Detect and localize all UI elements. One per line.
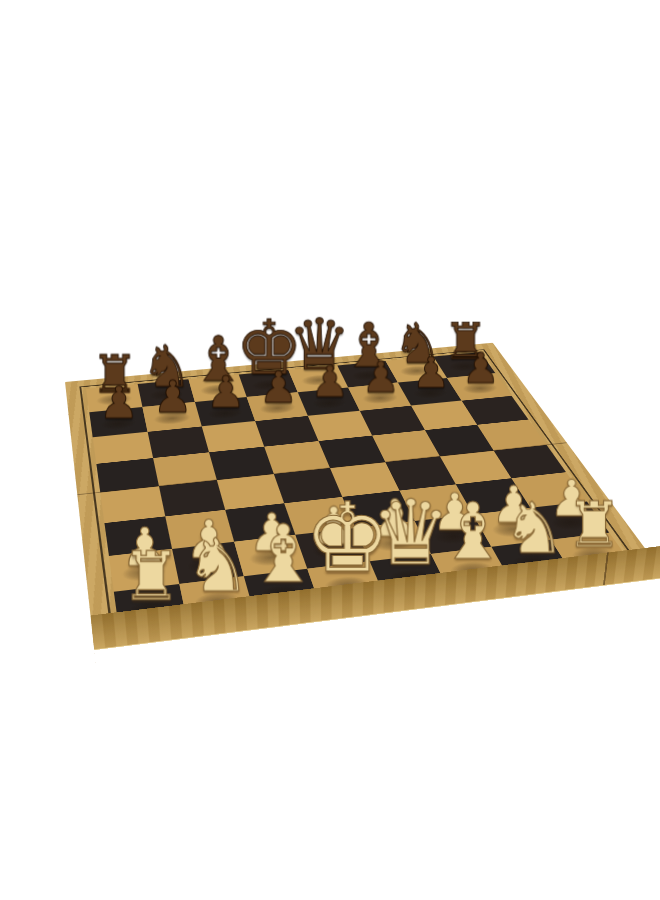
light-bishop-c1: ♝ [247, 515, 319, 595]
dark-pawn-b7: ♟ [153, 375, 193, 419]
dark-pawn-c7: ♟ [206, 370, 245, 414]
square-d5 [264, 441, 330, 474]
product-photo: ♜♞♝♚♛♝♞♜♟♟♟♟♟♟♟♟♟♟♟♟♟♟♟♟♜♞♝♚♛♝♞♜ [0, 0, 660, 900]
dark-pawn-d7: ♟ [258, 365, 297, 409]
square-h5 [477, 420, 547, 451]
dark-pawn-e7: ♟ [310, 360, 349, 403]
light-rook-a1: ♜ [121, 543, 181, 610]
dark-pawn-g7: ♟ [412, 351, 450, 394]
square-c6 [202, 421, 264, 452]
edge-joint-seam [603, 552, 609, 585]
dark-pawn-f7: ♟ [361, 356, 400, 399]
dark-pawn-h7: ♟ [461, 347, 499, 389]
square-b6 [148, 426, 209, 458]
dark-pawn-a7: ♟ [99, 380, 139, 424]
light-rook-h1: ♜ [565, 493, 622, 556]
square-c5 [209, 447, 274, 480]
light-knight-b1: ♞ [184, 529, 250, 602]
light-knight-g1: ♞ [502, 493, 565, 563]
